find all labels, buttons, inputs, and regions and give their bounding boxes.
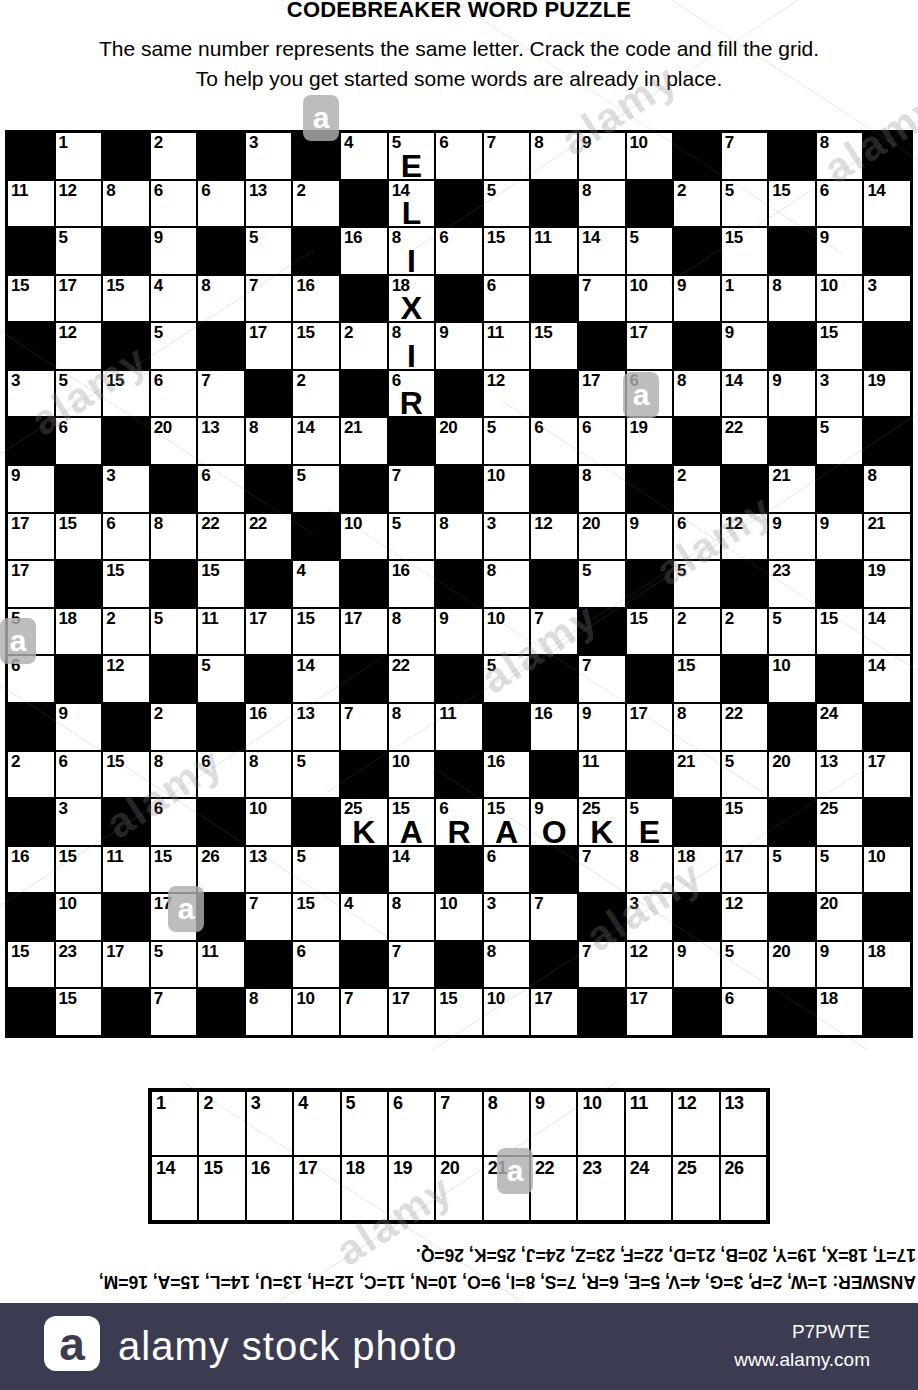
key-cell-18[interactable]: 18 <box>341 1156 388 1221</box>
grid-cell-r15c4[interactable]: 6 <box>150 798 198 846</box>
grid-cell-r19c8[interactable]: 7 <box>340 988 388 1036</box>
grid-cell-r4c14[interactable]: 10 <box>626 275 674 323</box>
grid-cell-r15c14[interactable]: 5E <box>626 798 674 846</box>
grid-cell-r19c16[interactable]: 6 <box>721 988 769 1036</box>
grid-cell-r7c18[interactable]: 5 <box>816 417 864 465</box>
grid-cell-r2c17[interactable]: 15 <box>768 180 816 228</box>
grid-cell-r7c7[interactable]: 14 <box>292 417 340 465</box>
grid-cell-r6c7[interactable]: 2 <box>292 370 340 418</box>
grid-cell-r8c11[interactable]: 10 <box>483 465 531 513</box>
grid-cell-r3c9[interactable]: 8I <box>388 227 436 275</box>
grid-cell-r4c19[interactable]: 3 <box>863 275 911 323</box>
alamy-logo-icon: a <box>44 1316 100 1371</box>
grid-cell-r5c12[interactable]: 15 <box>530 322 578 370</box>
grid-cell-r4c9[interactable]: 18X <box>388 275 436 323</box>
grid-cell-r11c14[interactable]: 15 <box>626 608 674 656</box>
grid-cell-r14c18[interactable]: 13 <box>816 751 864 799</box>
grid-cell-r7c3 <box>102 417 150 465</box>
grid-cell-r19c9[interactable]: 17 <box>388 988 436 1036</box>
grid-cell-r10c19[interactable]: 19 <box>863 560 911 608</box>
grid-cell-r14c13[interactable]: 11 <box>578 751 626 799</box>
grid-cell-r18c16[interactable]: 5 <box>721 941 769 989</box>
grid-cell-r16c2[interactable]: 15 <box>55 846 103 894</box>
grid-cell-r13c13[interactable]: 9 <box>578 703 626 751</box>
grid-cell-r19c12[interactable]: 17 <box>530 988 578 1036</box>
grid-cell-r2c13[interactable]: 8 <box>578 180 626 228</box>
grid-cell-r14c16[interactable]: 5 <box>721 751 769 799</box>
grid-cell-r10c15[interactable]: 5 <box>673 560 721 608</box>
grid-cell-r19c18[interactable]: 18 <box>816 988 864 1036</box>
grid-cell-r4c6[interactable]: 7 <box>245 275 293 323</box>
grid-cell-r2c4[interactable]: 6 <box>150 180 198 228</box>
grid-cell-r4c11[interactable]: 6 <box>483 275 531 323</box>
grid-cell-r15c11[interactable]: 15A <box>483 798 531 846</box>
key-cell-3[interactable]: 3 <box>246 1091 293 1156</box>
grid-cell-r12c15[interactable]: 15 <box>673 655 721 703</box>
grid-cell-r3c10[interactable]: 6 <box>435 227 483 275</box>
grid-cell-r12c11[interactable]: 5 <box>483 655 531 703</box>
grid-cell-r8c7[interactable]: 5 <box>292 465 340 513</box>
grid-cell-r17c16[interactable]: 12 <box>721 893 769 941</box>
key-cell-16[interactable]: 16 <box>246 1156 293 1221</box>
grid-cell-r16c6[interactable]: 13 <box>245 846 293 894</box>
cell-number: 5 <box>630 228 639 248</box>
grid-cell-r6c1[interactable]: 3 <box>7 370 55 418</box>
grid-cell-r14c6[interactable]: 8 <box>245 751 293 799</box>
grid-cell-r1c18[interactable]: 8 <box>816 132 864 180</box>
grid-cell-r3c2[interactable]: 5 <box>55 227 103 275</box>
grid-cell-r13c8[interactable]: 7 <box>340 703 388 751</box>
grid-cell-r12c1[interactable]: 6 <box>7 655 55 703</box>
grid-cell-r14c1[interactable]: 2 <box>7 751 55 799</box>
grid-cell-r14c9[interactable]: 10 <box>388 751 436 799</box>
grid-cell-r15c6[interactable]: 10 <box>245 798 293 846</box>
key-cell-20[interactable]: 20 <box>435 1156 482 1221</box>
grid-cell-r9c2[interactable]: 15 <box>55 513 103 561</box>
grid-cell-r18c2[interactable]: 23 <box>55 941 103 989</box>
key-cell-25[interactable]: 25 <box>672 1156 719 1221</box>
key-cell-19[interactable]: 19 <box>388 1156 435 1221</box>
grid-cell-r9c16[interactable]: 12 <box>721 513 769 561</box>
key-cell-23[interactable]: 23 <box>577 1156 624 1221</box>
key-cell-7[interactable]: 7 <box>435 1091 482 1156</box>
grid-cell-r12c13[interactable]: 7 <box>578 655 626 703</box>
grid-cell-r14c17[interactable]: 20 <box>768 751 816 799</box>
grid-cell-r12c3[interactable]: 12 <box>102 655 150 703</box>
grid-cell-r7c11[interactable]: 5 <box>483 417 531 465</box>
grid-cell-r13c12[interactable]: 16 <box>530 703 578 751</box>
grid-cell-r9c7 <box>292 513 340 561</box>
grid-cell-r13c10[interactable]: 11 <box>435 703 483 751</box>
cell-number: 4 <box>344 133 353 153</box>
grid-cell-r11c16[interactable]: 2 <box>721 608 769 656</box>
grid-cell-r4c15[interactable]: 9 <box>673 275 721 323</box>
key-cell-14[interactable]: 14 <box>151 1156 198 1221</box>
grid-cell-r8c1[interactable]: 9 <box>7 465 55 513</box>
grid-cell-r10c1[interactable]: 17 <box>7 560 55 608</box>
key-cell-9[interactable]: 9 <box>530 1091 577 1156</box>
grid-cell-r11c12[interactable]: 7 <box>530 608 578 656</box>
grid-cell-r2c18[interactable]: 6 <box>816 180 864 228</box>
grid-cell-r5c6[interactable]: 17 <box>245 322 293 370</box>
grid-cell-r14c15[interactable]: 21 <box>673 751 721 799</box>
key-cell-12[interactable]: 12 <box>672 1091 719 1156</box>
grid-cell-r14c3[interactable]: 15 <box>102 751 150 799</box>
key-cell-13[interactable]: 13 <box>720 1091 767 1156</box>
grid-cell-r1c4[interactable]: 2 <box>150 132 198 180</box>
key-cell-8[interactable]: 8 <box>483 1091 530 1156</box>
grid-cell-r7c5[interactable]: 13 <box>197 417 245 465</box>
grid-cell-r5c7[interactable]: 15 <box>292 322 340 370</box>
grid-cell-r17c9[interactable]: 8 <box>388 893 436 941</box>
grid-cell-r18c8 <box>340 941 388 989</box>
grid-cell-r15c13[interactable]: 25K <box>578 798 626 846</box>
grid-cell-r5c2[interactable]: 12 <box>55 322 103 370</box>
grid-cell-r19c10[interactable]: 15 <box>435 988 483 1036</box>
grid-cell-r14c4[interactable]: 8 <box>150 751 198 799</box>
grid-cell-r9c13[interactable]: 20 <box>578 513 626 561</box>
grid-cell-r9c1[interactable]: 17 <box>7 513 55 561</box>
key-cell-1[interactable]: 1 <box>151 1091 198 1156</box>
grid-cell-r15c12[interactable]: 9O <box>530 798 578 846</box>
grid-cell-r6c9[interactable]: 6R <box>388 370 436 418</box>
grid-cell-r9c9[interactable]: 5 <box>388 513 436 561</box>
grid-cell-r2c15[interactable]: 2 <box>673 180 721 228</box>
grid-cell-r4c2[interactable]: 17 <box>55 275 103 323</box>
grid-cell-r6c4[interactable]: 6 <box>150 370 198 418</box>
grid-cell-r7c10[interactable]: 20 <box>435 417 483 465</box>
grid-cell-r18c11[interactable]: 8 <box>483 941 531 989</box>
grid-cell-r11c3[interactable]: 2 <box>102 608 150 656</box>
grid-cell-r9c18[interactable]: 9 <box>816 513 864 561</box>
grid-cell-r11c15[interactable]: 2 <box>673 608 721 656</box>
grid-cell-r13c4[interactable]: 2 <box>150 703 198 751</box>
cell-number: 2 <box>677 181 686 201</box>
grid-cell-r9c11[interactable]: 3 <box>483 513 531 561</box>
grid-cell-r16c1[interactable]: 16 <box>7 846 55 894</box>
grid-cell-r6c18[interactable]: 3 <box>816 370 864 418</box>
grid-cell-r5c9[interactable]: 8I <box>388 322 436 370</box>
grid-cell-r5c4[interactable]: 5 <box>150 322 198 370</box>
grid-cell-r17c11[interactable]: 3 <box>483 893 531 941</box>
grid-cell-r6c13[interactable]: 17 <box>578 370 626 418</box>
grid-cell-r4c18[interactable]: 10 <box>816 275 864 323</box>
grid-cell-r9c3[interactable]: 6 <box>102 513 150 561</box>
grid-cell-r10c5[interactable]: 15 <box>197 560 245 608</box>
grid-cell-r17c10[interactable]: 10 <box>435 893 483 941</box>
alamy-url[interactable]: www.alamy.com <box>734 1347 870 1373</box>
cell-number: 5 <box>296 752 305 772</box>
cell-number: 6 <box>630 371 639 391</box>
cell-number: 15 <box>201 561 219 581</box>
grid-cell-r11c1[interactable]: 5 <box>7 608 55 656</box>
grid-cell-r17c12[interactable]: 7 <box>530 893 578 941</box>
grid-cell-r6c5[interactable]: 7 <box>197 370 245 418</box>
grid-cell-r17c8[interactable]: 4 <box>340 893 388 941</box>
grid-cell-r16c5[interactable]: 26 <box>197 846 245 894</box>
grid-cell-r5c11[interactable]: 11 <box>483 322 531 370</box>
grid-cell-r18c15[interactable]: 9 <box>673 941 721 989</box>
grid-cell-r17c6[interactable]: 7 <box>245 893 293 941</box>
key-cell-21[interactable]: 21 <box>483 1156 530 1221</box>
grid-cell-r3c4[interactable]: 9 <box>150 227 198 275</box>
key-cell-22[interactable]: 22 <box>530 1156 577 1221</box>
grid-cell-r18c3[interactable]: 17 <box>102 941 150 989</box>
grid-cell-r7c16[interactable]: 22 <box>721 417 769 465</box>
grid-cell-r7c14[interactable]: 19 <box>626 417 674 465</box>
grid-cell-r19c2[interactable]: 15 <box>55 988 103 1036</box>
grid-cell-r15c8[interactable]: 25K <box>340 798 388 846</box>
grid-cell-r11c10[interactable]: 9 <box>435 608 483 656</box>
grid-cell-r17c14[interactable]: 3 <box>626 893 674 941</box>
cell-number: 6 <box>106 514 115 534</box>
grid-cell-r18c17[interactable]: 20 <box>768 941 816 989</box>
grid-cell-r11c4[interactable]: 5 <box>150 608 198 656</box>
grid-cell-r13c15[interactable]: 8 <box>673 703 721 751</box>
grid-cell-r16c13[interactable]: 7 <box>578 846 626 894</box>
grid-cell-r9c12[interactable]: 12 <box>530 513 578 561</box>
grid-cell-r3c13[interactable]: 14 <box>578 227 626 275</box>
grid-cell-r8c3[interactable]: 3 <box>102 465 150 513</box>
cell-number: 15 <box>677 656 695 676</box>
grid-cell-r15c16[interactable]: 15 <box>721 798 769 846</box>
grid-cell-r16c15[interactable]: 18 <box>673 846 721 894</box>
grid-cell-r8c19[interactable]: 8 <box>863 465 911 513</box>
grid-cell-r9c5[interactable]: 22 <box>197 513 245 561</box>
grid-cell-r3c14[interactable]: 5 <box>626 227 674 275</box>
grid-cell-r16c19[interactable]: 10 <box>863 846 911 894</box>
grid-cell-r7c8[interactable]: 21 <box>340 417 388 465</box>
key-cell-10[interactable]: 10 <box>577 1091 624 1156</box>
grid-cell-r14c7[interactable]: 5 <box>292 751 340 799</box>
grid-cell-r9c6[interactable]: 22 <box>245 513 293 561</box>
grid-cell-r14c19[interactable]: 17 <box>863 751 911 799</box>
grid-cell-r10c9[interactable]: 16 <box>388 560 436 608</box>
grid-cell-r12c5[interactable]: 5 <box>197 655 245 703</box>
grid-cell-r9c8[interactable]: 10 <box>340 513 388 561</box>
grid-cell-r1c10[interactable]: 6 <box>435 132 483 180</box>
grid-cell-r5c18[interactable]: 15 <box>816 322 864 370</box>
grid-cell-r15c10[interactable]: 6R <box>435 798 483 846</box>
grid-cell-r13c7[interactable]: 13 <box>292 703 340 751</box>
grid-cell-r7c2[interactable]: 6 <box>55 417 103 465</box>
grid-cell-r18c7[interactable]: 6 <box>292 941 340 989</box>
grid-cell-r16c4[interactable]: 15 <box>150 846 198 894</box>
grid-cell-r13c16[interactable]: 22 <box>721 703 769 751</box>
grid-cell-r6c19[interactable]: 19 <box>863 370 911 418</box>
grid-cell-r11c5[interactable]: 11 <box>197 608 245 656</box>
grid-cell-r19c6[interactable]: 8 <box>245 988 293 1036</box>
grid-cell-r11c8[interactable]: 17 <box>340 608 388 656</box>
grid-cell-r7c13[interactable]: 6 <box>578 417 626 465</box>
grid-cell-r9c10[interactable]: 8 <box>435 513 483 561</box>
grid-cell-r17c4[interactable]: 17 <box>150 893 198 941</box>
grid-cell-r3c8[interactable]: 16 <box>340 227 388 275</box>
grid-cell-r11c7[interactable]: 15 <box>292 608 340 656</box>
key-cell-2[interactable]: 2 <box>198 1091 245 1156</box>
grid-cell-r9c15[interactable]: 6 <box>673 513 721 561</box>
grid-cell-r16c18[interactable]: 5 <box>816 846 864 894</box>
grid-cell-r17c7[interactable]: 15 <box>292 893 340 941</box>
grid-cell-r1c2[interactable]: 1 <box>55 132 103 180</box>
grid-cell-r4c17[interactable]: 8 <box>768 275 816 323</box>
grid-cell-r8c9[interactable]: 7 <box>388 465 436 513</box>
grid-cell-r7c12[interactable]: 6 <box>530 417 578 465</box>
grid-cell-r11c9[interactable]: 8 <box>388 608 436 656</box>
grid-cell-r16c3[interactable]: 11 <box>102 846 150 894</box>
grid-cell-r10c7[interactable]: 4 <box>292 560 340 608</box>
grid-cell-r6c11[interactable]: 12 <box>483 370 531 418</box>
grid-cell-r13c18[interactable]: 24 <box>816 703 864 751</box>
cell-number: 8 <box>630 847 639 867</box>
grid-cell-r10c3[interactable]: 15 <box>102 560 150 608</box>
grid-cell-r1c11[interactable]: 7 <box>483 132 531 180</box>
grid-cell-r16c16[interactable]: 17 <box>721 846 769 894</box>
grid-cell-r17c2[interactable]: 10 <box>55 893 103 941</box>
grid-cell-r19c11[interactable]: 10 <box>483 988 531 1036</box>
grid-cell-r2c2[interactable]: 12 <box>55 180 103 228</box>
grid-cell-r9c4[interactable]: 8 <box>150 513 198 561</box>
grid-cell-r1c12[interactable]: 8 <box>530 132 578 180</box>
grid-cell-r19c7[interactable]: 10 <box>292 988 340 1036</box>
grid-cell-r9c19[interactable]: 21 <box>863 513 911 561</box>
grid-cell-r1c9[interactable]: 5E <box>388 132 436 180</box>
grid-cell-r16c9[interactable]: 14 <box>388 846 436 894</box>
grid-cell-r1c16[interactable]: 7 <box>721 132 769 180</box>
grid-cell-r11c6[interactable]: 17 <box>245 608 293 656</box>
grid-cell-r11c17[interactable]: 5 <box>768 608 816 656</box>
grid-cell-r3c12[interactable]: 11 <box>530 227 578 275</box>
grid-cell-r18c13[interactable]: 7 <box>578 941 626 989</box>
key-cell-11[interactable]: 11 <box>625 1091 672 1156</box>
grid-cell-r4c4[interactable]: 4 <box>150 275 198 323</box>
key-cell-24[interactable]: 24 <box>625 1156 672 1221</box>
grid-cell-r11c18[interactable]: 15 <box>816 608 864 656</box>
grid-cell-r1c13[interactable]: 9 <box>578 132 626 180</box>
grid-cell-r5c10[interactable]: 9 <box>435 322 483 370</box>
grid-cell-r13c6[interactable]: 16 <box>245 703 293 751</box>
grid-cell-r6c17[interactable]: 9 <box>768 370 816 418</box>
grid-cell-r15c9[interactable]: 15A <box>388 798 436 846</box>
key-cell-6[interactable]: 6 <box>388 1091 435 1156</box>
grid-cell-r6c2[interactable]: 5 <box>55 370 103 418</box>
grid-cell-r14c11[interactable]: 16 <box>483 751 531 799</box>
grid-cell-r10c11[interactable]: 8 <box>483 560 531 608</box>
grid-cell-r6c3[interactable]: 15 <box>102 370 150 418</box>
grid-cell-r4c3[interactable]: 15 <box>102 275 150 323</box>
grid-cell-r8c15[interactable]: 2 <box>673 465 721 513</box>
grid-cell-r8c17[interactable]: 21 <box>768 465 816 513</box>
grid-cell-r2c6[interactable]: 13 <box>245 180 293 228</box>
key-cell-5[interactable]: 5 <box>341 1091 388 1156</box>
grid-cell-r11c2[interactable]: 18 <box>55 608 103 656</box>
grid-cell-r5c16[interactable]: 9 <box>721 322 769 370</box>
grid-cell-r4c13[interactable]: 7 <box>578 275 626 323</box>
grid-cell-r2c7[interactable]: 2 <box>292 180 340 228</box>
grid-cell-r2c16[interactable]: 5 <box>721 180 769 228</box>
grid-cell-r8c13[interactable]: 8 <box>578 465 626 513</box>
grid-cell-r16c14[interactable]: 8 <box>626 846 674 894</box>
grid-cell-r6c14[interactable]: 6 <box>626 370 674 418</box>
grid-cell-r2c1[interactable]: 11 <box>7 180 55 228</box>
grid-cell-r7c4[interactable]: 20 <box>150 417 198 465</box>
grid-cell-r12c9[interactable]: 22 <box>388 655 436 703</box>
grid-cell-r14c5[interactable]: 6 <box>197 751 245 799</box>
grid-cell-r2c9[interactable]: 14L <box>388 180 436 228</box>
grid-cell-r18c19[interactable]: 18 <box>863 941 911 989</box>
grid-cell-r2c11[interactable]: 5 <box>483 180 531 228</box>
grid-cell-r17c18[interactable]: 20 <box>816 893 864 941</box>
grid-cell-r12c19[interactable]: 14 <box>863 655 911 703</box>
grid-cell-r16c11[interactable]: 6 <box>483 846 531 894</box>
grid-cell-r19c4[interactable]: 7 <box>150 988 198 1036</box>
grid-cell-r5c14[interactable]: 17 <box>626 322 674 370</box>
key-cell-4[interactable]: 4 <box>293 1091 340 1156</box>
cell-number: 20 <box>154 418 172 438</box>
grid-cell-r18c5[interactable]: 11 <box>197 941 245 989</box>
grid-cell-r8c5[interactable]: 6 <box>197 465 245 513</box>
grid-cell-r3c11[interactable]: 15 <box>483 227 531 275</box>
grid-cell-r18c14[interactable]: 12 <box>626 941 674 989</box>
grid-cell-r9c17[interactable]: 9 <box>768 513 816 561</box>
grid-cell-r3c18[interactable]: 9 <box>816 227 864 275</box>
grid-cell-r16c7[interactable]: 5 <box>292 846 340 894</box>
grid-cell-r16c17[interactable]: 5 <box>768 846 816 894</box>
grid-cell-r3c6[interactable]: 5 <box>245 227 293 275</box>
cell-number: 12 <box>59 323 77 343</box>
grid-cell-r18c9[interactable]: 7 <box>388 941 436 989</box>
grid-cell-r14c12 <box>530 751 578 799</box>
grid-cell-r7c6[interactable]: 8 <box>245 417 293 465</box>
grid-cell-r6c15[interactable]: 8 <box>673 370 721 418</box>
grid-cell-r18c18[interactable]: 9 <box>816 941 864 989</box>
grid-cell-r2c5[interactable]: 6 <box>197 180 245 228</box>
grid-cell-r19c14[interactable]: 17 <box>626 988 674 1036</box>
grid-cell-r4c1[interactable]: 15 <box>7 275 55 323</box>
grid-cell-r4c16[interactable]: 1 <box>721 275 769 323</box>
grid-cell-r14c2[interactable]: 6 <box>55 751 103 799</box>
grid-cell-r5c8[interactable]: 2 <box>340 322 388 370</box>
grid-cell-r11c19[interactable]: 14 <box>863 608 911 656</box>
grid-cell-r9c14[interactable]: 9 <box>626 513 674 561</box>
grid-cell-r6c16[interactable]: 14 <box>721 370 769 418</box>
grid-cell-r11c11[interactable]: 10 <box>483 608 531 656</box>
grid-cell-r14c14 <box>626 751 674 799</box>
key-cell-17[interactable]: 17 <box>293 1156 340 1221</box>
grid-cell-r18c1[interactable]: 15 <box>7 941 55 989</box>
grid-cell-r1c6[interactable]: 3 <box>245 132 293 180</box>
grid-cell-r10c13[interactable]: 5 <box>578 560 626 608</box>
grid-cell-r1c14[interactable]: 10 <box>626 132 674 180</box>
grid-cell-r15c2[interactable]: 3 <box>55 798 103 846</box>
grid-cell-r1c8[interactable]: 4 <box>340 132 388 180</box>
grid-cell-r13c14[interactable]: 17 <box>626 703 674 751</box>
key-cell-15[interactable]: 15 <box>198 1156 245 1221</box>
grid-cell-r15c18[interactable]: 25 <box>816 798 864 846</box>
grid-cell-r4c5[interactable]: 8 <box>197 275 245 323</box>
grid-cell-r2c19[interactable]: 14 <box>863 180 911 228</box>
grid-cell-r3c16[interactable]: 15 <box>721 227 769 275</box>
grid-cell-r18c4[interactable]: 5 <box>150 941 198 989</box>
key-cell-26[interactable]: 26 <box>720 1156 767 1221</box>
grid-cell-r13c2[interactable]: 9 <box>55 703 103 751</box>
grid-cell-r13c9[interactable]: 8 <box>388 703 436 751</box>
grid-cell-r2c3[interactable]: 8 <box>102 180 150 228</box>
grid-cell-r10c17[interactable]: 23 <box>768 560 816 608</box>
grid-cell-r4c7[interactable]: 16 <box>292 275 340 323</box>
grid-cell-r12c7[interactable]: 14 <box>292 655 340 703</box>
grid-cell-r12c17[interactable]: 10 <box>768 655 816 703</box>
